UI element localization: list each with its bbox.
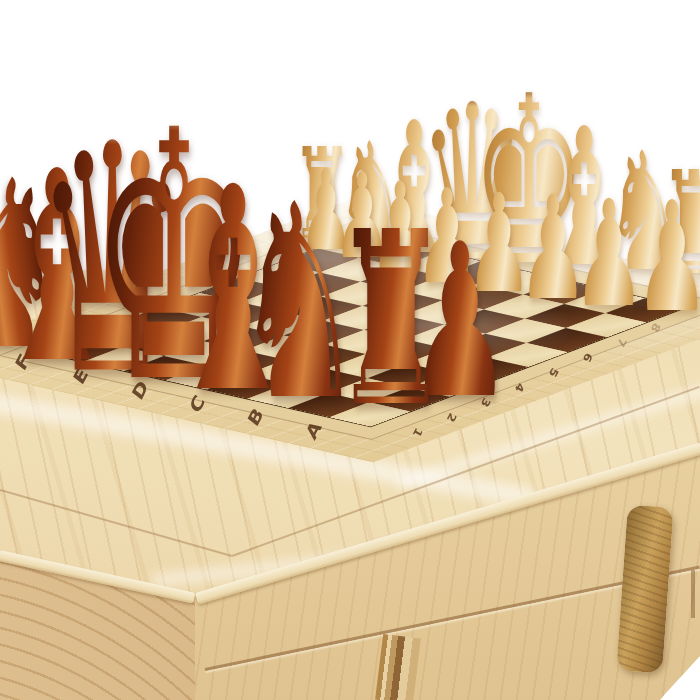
dark-rook-a1[interactable]: ♜ xyxy=(332,200,450,440)
pieces-layer: ♞♝♛♚♝♞♜♟♜♞♝♛♚♝♞♜♟♟♟♟♟♟♟♟ xyxy=(0,0,700,700)
chess-table-photo: FEDCBA12345678 ♞♝♛♚♝♞♜♟♜♞♝♛♚♝♞♜♟♟♟♟♟♟♟♟ xyxy=(0,0,700,700)
light-pawn-a7[interactable]: ♟ xyxy=(635,182,700,334)
